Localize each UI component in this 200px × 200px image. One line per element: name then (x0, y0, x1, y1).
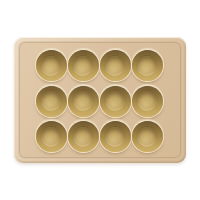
muffin-cup-r2-c2 (68, 86, 99, 117)
muffin-cup-r3-c3 (100, 121, 131, 152)
muffin-cup-floor (105, 91, 125, 111)
muffin-cup-r2-c4 (132, 86, 163, 117)
muffin-cup-grid (35, 48, 163, 155)
muffin-cup-r3-c1 (36, 121, 67, 152)
muffin-cup-floor (73, 56, 93, 76)
muffin-cup-r1-c3 (100, 50, 131, 81)
muffin-cup-r2-c1 (36, 86, 67, 117)
muffin-cup-floor (105, 56, 125, 76)
muffin-cup-r1-c4 (132, 50, 163, 81)
pan-inner-surface (19, 42, 181, 158)
product-photo (0, 0, 200, 200)
muffin-pan (14, 37, 186, 163)
muffin-cup-r1-c2 (68, 50, 99, 81)
muffin-cup-r1-c1 (36, 50, 67, 81)
muffin-cup-floor (137, 56, 157, 76)
muffin-cup-floor (105, 127, 125, 147)
muffin-cup-floor (137, 127, 157, 147)
muffin-cup-floor (73, 127, 93, 147)
muffin-cup-r2-c3 (100, 86, 131, 117)
muffin-cup-floor (41, 91, 61, 111)
muffin-cup-floor (41, 127, 61, 147)
muffin-cup-floor (73, 91, 93, 111)
muffin-cup-floor (137, 91, 157, 111)
muffin-cup-r3-c2 (68, 121, 99, 152)
muffin-cup-floor (41, 56, 61, 76)
muffin-cup-r3-c4 (132, 121, 163, 152)
